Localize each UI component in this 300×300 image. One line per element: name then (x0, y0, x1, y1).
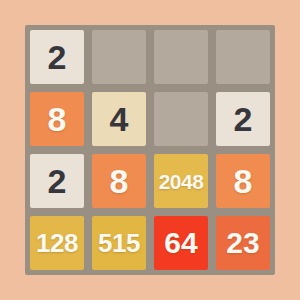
tile-64: 64 (154, 216, 208, 270)
tile-2: 2 (30, 30, 84, 84)
empty-cell (154, 92, 208, 146)
tile-2048: 2048 (154, 154, 208, 208)
board[interactable]: 284228204881285156423 (25, 25, 275, 275)
tile-515: 515 (92, 216, 146, 270)
tile-8: 8 (30, 92, 84, 146)
tile-4: 4 (92, 92, 146, 146)
tile-2: 2 (30, 154, 84, 208)
empty-cell (154, 30, 208, 84)
tile-8: 8 (92, 154, 146, 208)
empty-cell (92, 30, 146, 84)
empty-cell (216, 30, 270, 84)
tile-23: 23 (216, 216, 270, 270)
game-2048-screen: 284228204881285156423 (0, 0, 300, 300)
tile-2: 2 (216, 92, 270, 146)
tile-128: 128 (30, 216, 84, 270)
tile-8: 8 (216, 154, 270, 208)
